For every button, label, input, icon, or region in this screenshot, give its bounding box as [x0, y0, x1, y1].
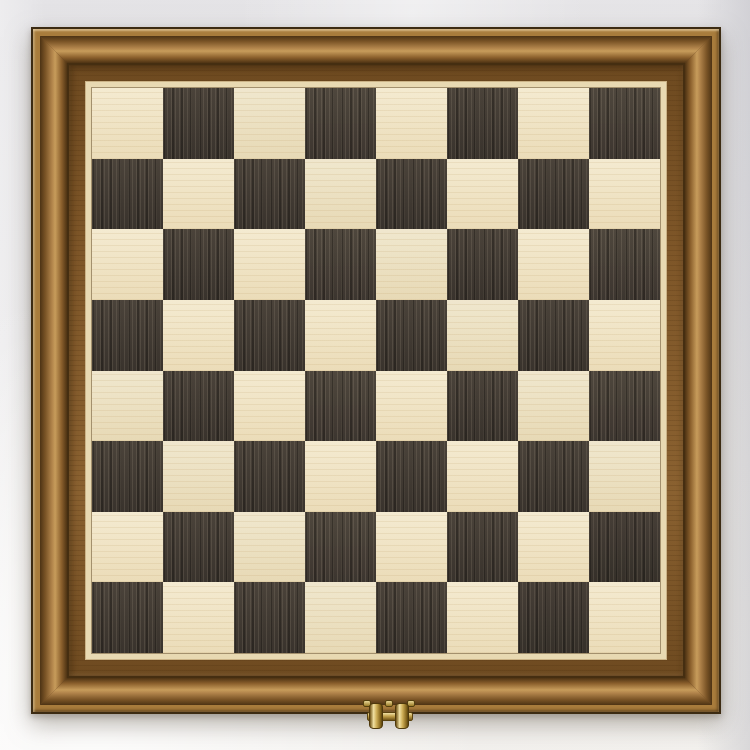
frame-molding-bottom	[40, 678, 712, 705]
square-f3[interactable]	[447, 441, 518, 512]
square-f5[interactable]	[447, 300, 518, 371]
square-a4[interactable]	[92, 371, 163, 442]
square-g8[interactable]	[518, 88, 589, 159]
square-h8[interactable]	[589, 88, 660, 159]
square-d3[interactable]	[305, 441, 376, 512]
square-d6[interactable]	[305, 229, 376, 300]
square-a2[interactable]	[92, 512, 163, 583]
square-f2[interactable]	[447, 512, 518, 583]
square-h1[interactable]	[589, 582, 660, 653]
square-h3[interactable]	[589, 441, 660, 512]
frame-molding-right	[685, 36, 712, 705]
frame-cove-molding	[40, 36, 712, 705]
square-g5[interactable]	[518, 300, 589, 371]
square-a5[interactable]	[92, 300, 163, 371]
square-b1[interactable]	[163, 582, 234, 653]
square-c3[interactable]	[234, 441, 305, 512]
square-b2[interactable]	[163, 512, 234, 583]
square-e1[interactable]	[376, 582, 447, 653]
square-g1[interactable]	[518, 582, 589, 653]
square-a6[interactable]	[92, 229, 163, 300]
square-c4[interactable]	[234, 371, 305, 442]
square-c8[interactable]	[234, 88, 305, 159]
frame-molding-left	[40, 36, 67, 705]
square-a7[interactable]	[92, 159, 163, 230]
frame-inner-step	[67, 63, 685, 678]
square-a3[interactable]	[92, 441, 163, 512]
chessboard-frame	[31, 27, 721, 714]
square-d5[interactable]	[305, 300, 376, 371]
square-e3[interactable]	[376, 441, 447, 512]
square-d2[interactable]	[305, 512, 376, 583]
square-a8[interactable]	[92, 88, 163, 159]
square-c1[interactable]	[234, 582, 305, 653]
square-c5[interactable]	[234, 300, 305, 371]
chess-board	[92, 88, 660, 653]
square-g3[interactable]	[518, 441, 589, 512]
brass-clasp	[363, 702, 415, 729]
square-h6[interactable]	[589, 229, 660, 300]
square-e4[interactable]	[376, 371, 447, 442]
square-g7[interactable]	[518, 159, 589, 230]
square-f4[interactable]	[447, 371, 518, 442]
square-h7[interactable]	[589, 159, 660, 230]
square-d1[interactable]	[305, 582, 376, 653]
square-c6[interactable]	[234, 229, 305, 300]
square-b8[interactable]	[163, 88, 234, 159]
square-d4[interactable]	[305, 371, 376, 442]
walnut-inner-band	[69, 65, 683, 676]
square-e7[interactable]	[376, 159, 447, 230]
square-f8[interactable]	[447, 88, 518, 159]
maple-border-strip	[85, 81, 667, 660]
clasp-barrel	[395, 703, 409, 729]
clasp-nub-icon	[385, 700, 393, 707]
square-b6[interactable]	[163, 229, 234, 300]
square-b7[interactable]	[163, 159, 234, 230]
clasp-barrel	[369, 703, 383, 729]
square-f1[interactable]	[447, 582, 518, 653]
square-a1[interactable]	[92, 582, 163, 653]
square-f6[interactable]	[447, 229, 518, 300]
square-e2[interactable]	[376, 512, 447, 583]
square-e5[interactable]	[376, 300, 447, 371]
square-d8[interactable]	[305, 88, 376, 159]
photo-background	[0, 0, 750, 750]
square-f7[interactable]	[447, 159, 518, 230]
square-g2[interactable]	[518, 512, 589, 583]
square-h2[interactable]	[589, 512, 660, 583]
square-b3[interactable]	[163, 441, 234, 512]
square-e6[interactable]	[376, 229, 447, 300]
square-g6[interactable]	[518, 229, 589, 300]
square-b5[interactable]	[163, 300, 234, 371]
frame-outer-lip	[33, 29, 719, 712]
square-d7[interactable]	[305, 159, 376, 230]
frame-molding-top	[40, 36, 712, 63]
square-h4[interactable]	[589, 371, 660, 442]
square-e8[interactable]	[376, 88, 447, 159]
square-c2[interactable]	[234, 512, 305, 583]
square-b4[interactable]	[163, 371, 234, 442]
square-c7[interactable]	[234, 159, 305, 230]
square-g4[interactable]	[518, 371, 589, 442]
square-h5[interactable]	[589, 300, 660, 371]
